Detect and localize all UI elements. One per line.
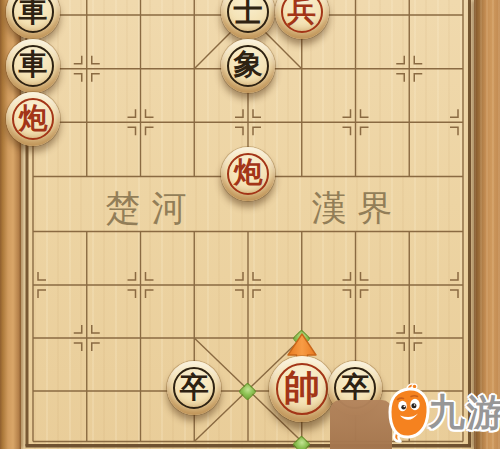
piece-ring: 車 xyxy=(12,0,54,33)
valid-move-dot[interactable] xyxy=(239,382,257,400)
piece-character: 兵 xyxy=(287,0,316,26)
piece-士-black[interactable]: 士 xyxy=(221,0,275,39)
piece-character: 卒 xyxy=(180,373,209,402)
piece-車-black[interactable]: 車 xyxy=(6,39,60,93)
piece-象-black[interactable]: 象 xyxy=(221,39,275,93)
piece-character: 炮 xyxy=(233,158,262,187)
piece-帥-red-selected[interactable]: 帥 xyxy=(269,356,335,422)
piece-ring: 卒 xyxy=(173,367,215,409)
watermark-text: 九游 xyxy=(428,388,500,438)
valid-move-dot[interactable] xyxy=(293,435,311,449)
piece-車-black[interactable]: 車 xyxy=(6,0,60,39)
xiangqi-board-screenshot: 楚河 漢界 車車炮士兵象炮卒帥卒 xyxy=(0,0,500,449)
piece-character: 車 xyxy=(18,0,47,26)
piece-兵-red[interactable]: 兵 xyxy=(275,0,329,39)
piece-character: 士 xyxy=(233,0,262,26)
piece-character: 卒 xyxy=(341,373,370,402)
piece-ring: 象 xyxy=(227,45,269,87)
piece-ring: 兵 xyxy=(281,0,323,33)
piece-ring: 士 xyxy=(227,0,269,33)
piece-炮-red[interactable]: 炮 xyxy=(221,147,275,201)
piece-character: 炮 xyxy=(18,104,47,133)
piece-character: 帥 xyxy=(284,370,320,406)
piece-卒-black[interactable]: 卒 xyxy=(167,361,221,415)
piece-character: 車 xyxy=(18,50,47,79)
piece-grid: 車車炮士兵象炮卒帥卒 xyxy=(6,0,490,449)
piece-炮-red[interactable]: 炮 xyxy=(6,92,60,146)
piece-ring: 炮 xyxy=(12,98,54,140)
piece-ring: 車 xyxy=(12,45,54,87)
piece-character: 象 xyxy=(233,50,262,79)
piece-ring: 帥 xyxy=(276,363,328,415)
piece-ring: 炮 xyxy=(227,153,269,195)
